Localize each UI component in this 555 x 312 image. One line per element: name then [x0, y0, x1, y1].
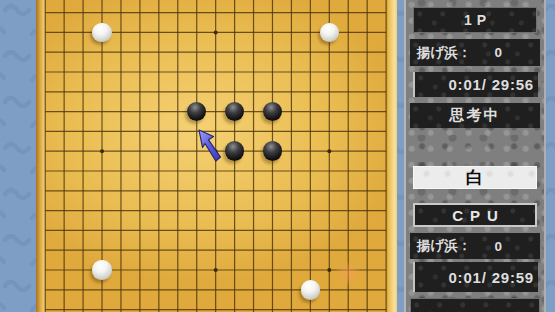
player2-status-panel-cropped — [410, 298, 540, 312]
star-point — [100, 149, 104, 153]
player1-captures-label: 揚げ浜： — [417, 44, 471, 62]
player2-stone-label: 白 — [466, 166, 484, 189]
star-point — [327, 149, 331, 153]
black-stone — [263, 141, 283, 161]
player1-name: 1P — [459, 12, 491, 28]
player2-captures-label: 揚げ浜： — [417, 237, 471, 255]
star-point — [214, 30, 218, 34]
player2-name: CPU — [445, 207, 505, 224]
player2-captures-panel: 揚げ浜： 0 — [410, 233, 540, 259]
white-stone — [301, 280, 321, 300]
player1-status-panel: 思考中 — [410, 103, 540, 128]
player1-clock-panel: 0:01/ 29:56 — [413, 72, 538, 97]
black-stone — [225, 141, 245, 161]
player2-clock-panel: 0:01/ 29:59 — [413, 262, 538, 292]
player1-captures-value: 0 — [494, 45, 502, 60]
player1-clock: 0:01/ 29:56 — [448, 76, 534, 93]
player1-status: 思考中 — [450, 106, 501, 125]
game-screen: 1P 揚げ浜： 0 0:01/ 29:56 思考中 白 CPU 揚げ浜： 0 0… — [0, 0, 555, 312]
info-sidebar: 1P 揚げ浜： 0 0:01/ 29:56 思考中 白 CPU 揚げ浜： 0 0… — [404, 0, 546, 312]
player2-clock: 0:01/ 29:59 — [448, 269, 534, 286]
player2-captures-value: 0 — [494, 239, 502, 254]
cursor-arrow-icon — [194, 125, 226, 167]
player2-name-panel: CPU — [413, 203, 537, 227]
star-point — [214, 268, 218, 272]
white-stone — [320, 23, 340, 43]
turn-stone-panel: 白 — [413, 166, 537, 189]
player1-captures-panel: 揚げ浜： 0 — [410, 39, 540, 66]
star-point — [327, 268, 331, 272]
white-stone — [92, 260, 112, 280]
white-stone — [92, 23, 112, 43]
player1-name-panel: 1P — [413, 7, 537, 33]
